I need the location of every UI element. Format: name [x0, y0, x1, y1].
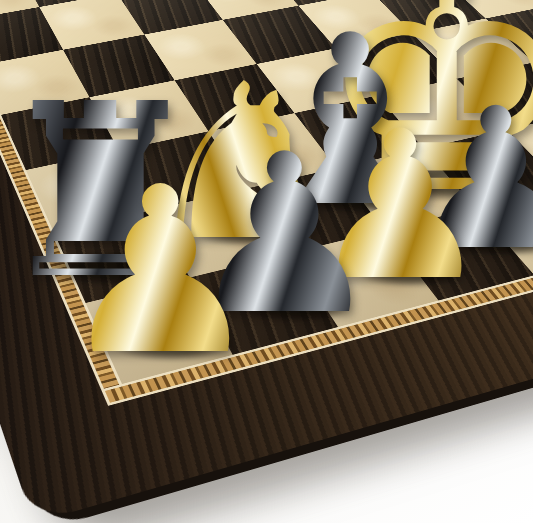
piece-gold-pawn-a: ♟ [57, 157, 263, 387]
chessboard-photo-scene: ♚♝♞♜♟♟♟♟ [0, 0, 533, 523]
pieces-layer: ♚♝♞♜♟♟♟♟ [0, 0, 533, 523]
pawn-glyph: ♟ [57, 157, 263, 387]
